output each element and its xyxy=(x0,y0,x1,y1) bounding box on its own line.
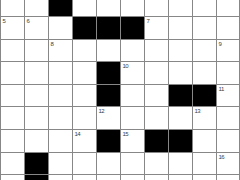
cell-r6c10[interactable] xyxy=(217,107,240,129)
cell-r8c2 xyxy=(25,153,48,175)
cell-r3c10[interactable]: 9 xyxy=(217,40,240,62)
cell-r1c8[interactable] xyxy=(169,0,192,16)
cell-r9c3[interactable] xyxy=(49,175,72,180)
cell-r4c2[interactable] xyxy=(25,62,48,84)
cell-r4c3[interactable] xyxy=(49,62,72,84)
clue-number-r8c10: 16 xyxy=(219,154,225,160)
cell-r3c9[interactable] xyxy=(193,40,216,62)
cell-r7c9[interactable] xyxy=(193,130,216,152)
cell-r8c5[interactable] xyxy=(97,153,120,175)
cell-r1c1[interactable] xyxy=(1,0,24,16)
cell-r8c4[interactable] xyxy=(73,153,96,175)
cell-r1c5[interactable] xyxy=(97,0,120,16)
crossword-board: 5678910111213141516 xyxy=(0,0,240,180)
clue-number-r3c10: 9 xyxy=(219,41,222,47)
cell-r5c2[interactable] xyxy=(25,85,48,107)
cell-r4c5 xyxy=(97,62,120,84)
clue-number-r3c3: 8 xyxy=(51,41,54,47)
cell-r4c9[interactable] xyxy=(193,62,216,84)
cell-r9c9[interactable] xyxy=(193,175,216,180)
cell-r6c4[interactable] xyxy=(73,107,96,129)
cell-r3c8[interactable] xyxy=(169,40,192,62)
cell-r3c1[interactable] xyxy=(1,40,24,62)
clue-number-r7c4: 14 xyxy=(75,131,81,137)
cell-r9c10[interactable] xyxy=(217,175,240,180)
cell-r6c6[interactable] xyxy=(121,107,144,129)
cell-r5c10[interactable]: 11 xyxy=(217,85,240,107)
cell-r9c4[interactable] xyxy=(73,175,96,180)
board-right-border xyxy=(239,0,240,180)
cell-r3c5[interactable] xyxy=(97,40,120,62)
clue-number-r6c9: 13 xyxy=(195,108,201,114)
cell-r7c5 xyxy=(97,130,120,152)
cell-r7c7 xyxy=(145,130,168,152)
cell-r5c4[interactable] xyxy=(73,85,96,107)
cell-r2c2[interactable]: 6 xyxy=(25,17,48,39)
cell-r1c7[interactable] xyxy=(145,0,168,16)
cell-r6c3[interactable] xyxy=(49,107,72,129)
clue-number-r2c2: 6 xyxy=(27,18,30,24)
cell-r2c4 xyxy=(73,17,96,39)
cell-r4c10[interactable] xyxy=(217,62,240,84)
cell-r5c6[interactable] xyxy=(121,85,144,107)
cell-r4c1[interactable] xyxy=(1,62,24,84)
cell-r2c8[interactable] xyxy=(169,17,192,39)
cell-r3c7[interactable] xyxy=(145,40,168,62)
cell-r2c5 xyxy=(97,17,120,39)
clue-number-r2c7: 7 xyxy=(147,18,150,24)
cell-r7c6[interactable]: 15 xyxy=(121,130,144,152)
cell-r9c1[interactable] xyxy=(1,175,24,180)
cell-r3c6[interactable] xyxy=(121,40,144,62)
cell-r5c1[interactable] xyxy=(1,85,24,107)
cell-r9c5[interactable] xyxy=(97,175,120,180)
cell-r7c3[interactable] xyxy=(49,130,72,152)
cell-r2c6 xyxy=(121,17,144,39)
cell-r6c9[interactable]: 13 xyxy=(193,107,216,129)
cell-r4c4[interactable] xyxy=(73,62,96,84)
cell-r2c1[interactable]: 5 xyxy=(1,17,24,39)
cell-r8c7[interactable] xyxy=(145,153,168,175)
cell-r9c8[interactable] xyxy=(169,175,192,180)
cell-r8c9[interactable] xyxy=(193,153,216,175)
cell-r6c2[interactable] xyxy=(25,107,48,129)
cell-r4c7[interactable] xyxy=(145,62,168,84)
cell-r8c6[interactable] xyxy=(121,153,144,175)
clue-number-r7c6: 15 xyxy=(123,131,129,137)
cell-r8c1[interactable] xyxy=(1,153,24,175)
cell-r6c5[interactable]: 12 xyxy=(97,107,120,129)
cell-r1c10[interactable] xyxy=(217,0,240,16)
cell-r5c7[interactable] xyxy=(145,85,168,107)
cell-r1c6[interactable] xyxy=(121,0,144,16)
cell-r3c2[interactable] xyxy=(25,40,48,62)
cell-r8c8[interactable] xyxy=(169,153,192,175)
cell-r6c7[interactable] xyxy=(145,107,168,129)
cell-r2c10[interactable] xyxy=(217,17,240,39)
cell-r7c2[interactable] xyxy=(25,130,48,152)
cell-r8c10[interactable]: 16 xyxy=(217,153,240,175)
cell-r7c8 xyxy=(169,130,192,152)
clue-number-r4c6: 10 xyxy=(123,63,129,69)
cell-r5c5 xyxy=(97,85,120,107)
cell-r1c9[interactable] xyxy=(193,0,216,16)
cell-r5c9 xyxy=(193,85,216,107)
cell-r3c3[interactable]: 8 xyxy=(49,40,72,62)
cell-r6c1[interactable] xyxy=(1,107,24,129)
crossword-viewport: 5678910111213141516 xyxy=(0,0,240,180)
cell-r4c6[interactable]: 10 xyxy=(121,62,144,84)
cell-r1c3 xyxy=(49,0,72,16)
cell-r5c8 xyxy=(169,85,192,107)
cell-r2c3[interactable] xyxy=(49,17,72,39)
cell-r8c3[interactable] xyxy=(49,153,72,175)
cell-r9c2 xyxy=(25,175,48,180)
cell-r6c8[interactable] xyxy=(169,107,192,129)
cell-r7c10[interactable] xyxy=(217,130,240,152)
cell-r5c3[interactable] xyxy=(49,85,72,107)
cell-r2c9[interactable] xyxy=(193,17,216,39)
clue-number-r2c1: 5 xyxy=(3,18,6,24)
cell-r1c2[interactable] xyxy=(25,0,48,16)
cell-r1c4[interactable] xyxy=(73,0,96,16)
cell-r7c4[interactable]: 14 xyxy=(73,130,96,152)
cell-r9c6[interactable] xyxy=(121,175,144,180)
clue-number-r5c10: 11 xyxy=(219,86,224,92)
cell-r4c8[interactable] xyxy=(169,62,192,84)
cell-r9c7[interactable] xyxy=(145,175,168,180)
cell-r3c4[interactable] xyxy=(73,40,96,62)
cell-r2c7[interactable]: 7 xyxy=(145,17,168,39)
cell-r7c1[interactable] xyxy=(1,130,24,152)
clue-number-r6c5: 12 xyxy=(99,108,105,114)
